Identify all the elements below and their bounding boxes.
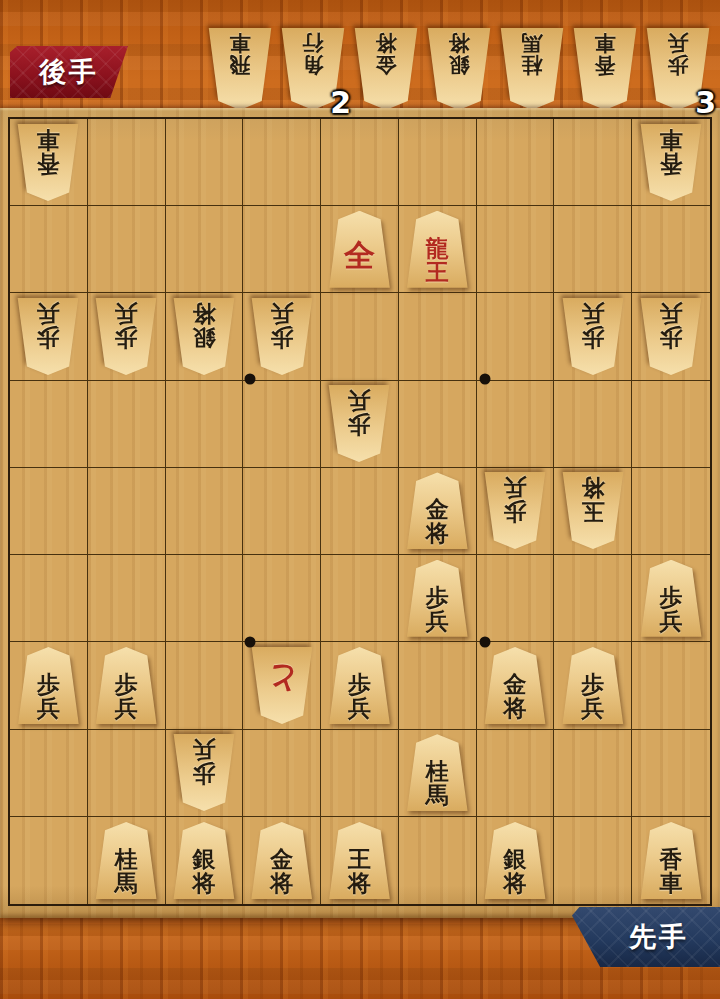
piece-face: 桂馬 xyxy=(404,734,470,811)
shogi-piece-gote[interactable]: と xyxy=(249,647,315,724)
shogi-piece-gote[interactable]: 歩兵 xyxy=(560,298,626,375)
shogi-piece-sente[interactable]: 歩兵 xyxy=(93,647,159,724)
board-cell[interactable] xyxy=(166,468,244,555)
board-cell[interactable] xyxy=(554,817,632,904)
board-cell[interactable] xyxy=(166,206,244,293)
piece-face: 龍王 xyxy=(404,211,470,288)
board-cell[interactable]: と xyxy=(243,642,321,729)
shogi-piece-gote[interactable]: 金将 xyxy=(352,28,420,110)
board-cell[interactable]: 歩兵 xyxy=(10,642,88,729)
board-cell[interactable]: 歩兵 xyxy=(10,293,88,380)
piece-kanji: 歩 xyxy=(581,326,604,350)
board-cell[interactable] xyxy=(10,468,88,555)
board-cell[interactable] xyxy=(321,468,399,555)
board-cell[interactable]: 歩兵 xyxy=(88,293,166,380)
shogi-piece-sente[interactable]: 歩兵 xyxy=(15,647,81,724)
board-cell[interactable] xyxy=(321,555,399,642)
shogi-piece-gote[interactable]: 飛車 xyxy=(206,28,274,110)
board-cell[interactable]: 歩兵 xyxy=(632,555,710,642)
board-cell[interactable] xyxy=(554,119,632,206)
piece-kanji: 兵 xyxy=(660,302,683,326)
piece-kanji: 歩 xyxy=(348,413,371,437)
piece-kanji: 将 xyxy=(270,871,293,895)
gote-captured-pieces-tray: 飛車角行2金将銀将桂馬香車歩兵3 xyxy=(204,28,714,112)
board-cell[interactable] xyxy=(399,119,477,206)
piece-face: 歩兵 xyxy=(326,385,392,462)
board-cell[interactable] xyxy=(243,468,321,555)
board-cell[interactable] xyxy=(10,381,88,468)
board-cell[interactable] xyxy=(477,293,555,380)
shogi-piece-sente[interactable]: 桂馬 xyxy=(93,822,159,899)
hand-piece-slot[interactable]: 香車 xyxy=(569,28,640,112)
shogi-piece-gote[interactable]: 桂馬 xyxy=(498,28,566,110)
board-cell[interactable] xyxy=(10,206,88,293)
piece-kanji: 兵 xyxy=(348,389,371,413)
piece-kanji: 歩 xyxy=(115,672,138,696)
shogi-piece-sente[interactable]: 歩兵 xyxy=(404,560,470,637)
piece-kanji: 角 xyxy=(302,54,323,76)
board-cell[interactable] xyxy=(399,642,477,729)
board-cell[interactable]: 金将 xyxy=(399,468,477,555)
board-cell[interactable] xyxy=(166,381,244,468)
piece-kanji: 将 xyxy=(426,521,449,545)
shogi-piece-gote[interactable]: 玉将 xyxy=(560,472,626,549)
hand-piece-count: 3 xyxy=(695,88,716,118)
shogi-piece-sente[interactable]: 金将 xyxy=(249,822,315,899)
board-cell[interactable]: 金将 xyxy=(477,642,555,729)
hand-piece-slot[interactable]: 桂馬 xyxy=(496,28,567,112)
board-cell[interactable] xyxy=(632,730,710,817)
piece-kanji: 玉 xyxy=(581,500,604,524)
shogi-piece-gote[interactable]: 歩兵 xyxy=(638,298,704,375)
board-cell[interactable] xyxy=(10,555,88,642)
piece-face: 全 xyxy=(326,211,392,288)
board-cell[interactable]: 歩兵 xyxy=(321,381,399,468)
gote-player-label: 後手 xyxy=(39,54,99,90)
piece-face: 歩兵 xyxy=(93,298,159,375)
board-cell[interactable] xyxy=(243,555,321,642)
board-cell[interactable]: 歩兵 xyxy=(554,293,632,380)
board-cell[interactable]: 歩兵 xyxy=(632,293,710,380)
shogi-piece-sente[interactable]: 歩兵 xyxy=(326,647,392,724)
board-cell[interactable] xyxy=(243,119,321,206)
piece-face: 歩兵 xyxy=(326,647,392,724)
board-cell[interactable] xyxy=(554,206,632,293)
piece-kanji: 飛 xyxy=(229,54,250,76)
shogi-piece-sente[interactable]: 全 xyxy=(326,211,392,288)
board-cell[interactable] xyxy=(477,381,555,468)
board-cell[interactable] xyxy=(399,817,477,904)
hand-piece-slot[interactable]: 銀将 xyxy=(423,28,494,112)
shogi-piece-gote[interactable]: 歩兵 xyxy=(326,385,392,462)
piece-face: 歩兵 xyxy=(638,298,704,375)
piece-kanji: 兵 xyxy=(426,609,449,633)
piece-kanji: 兵 xyxy=(37,696,60,720)
board-cell[interactable]: 銀将 xyxy=(166,293,244,380)
shogi-piece-gote[interactable]: 銀将 xyxy=(171,298,237,375)
board-cell[interactable] xyxy=(632,642,710,729)
piece-kanji: 将 xyxy=(192,302,215,326)
piece-face: 玉将 xyxy=(560,472,626,549)
sente-player-label: 先手 xyxy=(629,919,689,955)
board-cell[interactable]: 全 xyxy=(321,206,399,293)
piece-kanji: 香 xyxy=(37,152,60,176)
board-cell[interactable]: 歩兵 xyxy=(554,642,632,729)
piece-face: 香車 xyxy=(638,124,704,201)
hand-piece-slot[interactable]: 金将 xyxy=(350,28,421,112)
piece-face: 金将 xyxy=(482,647,548,724)
shogi-piece-sente[interactable]: 龍王 xyxy=(404,211,470,288)
piece-kanji: 金 xyxy=(426,497,449,521)
piece-kanji: 兵 xyxy=(660,609,683,633)
piece-kanji: 兵 xyxy=(37,302,60,326)
piece-kanji: 車 xyxy=(229,32,250,54)
board-cell[interactable] xyxy=(477,119,555,206)
sente-player-badge: 先手 xyxy=(572,907,720,967)
board-cell[interactable] xyxy=(632,468,710,555)
board-cell[interactable]: 桂馬 xyxy=(399,730,477,817)
piece-face: 銀将 xyxy=(482,822,548,899)
board-cell[interactable]: 金将 xyxy=(243,817,321,904)
board-cell[interactable] xyxy=(88,555,166,642)
shogi-board-grid: 香車香車全龍王歩兵歩兵銀将歩兵歩兵歩兵歩兵金将歩兵玉将歩兵歩兵歩兵歩兵と歩兵金将… xyxy=(8,117,712,906)
piece-face: 香車 xyxy=(15,124,81,201)
board-cell[interactable] xyxy=(321,730,399,817)
board-cell[interactable]: 歩兵 xyxy=(477,468,555,555)
piece-kanji: 金 xyxy=(270,847,293,871)
piece-kanji: 香 xyxy=(594,54,615,76)
piece-kanji: 銀 xyxy=(448,54,469,76)
piece-kanji: 銀 xyxy=(504,847,527,871)
piece-face: 歩兵 xyxy=(404,560,470,637)
piece-face: 歩兵 xyxy=(560,647,626,724)
board-cell[interactable] xyxy=(243,381,321,468)
board-cell[interactable]: 王将 xyxy=(321,817,399,904)
board-cell[interactable]: 銀将 xyxy=(166,817,244,904)
board-cell[interactable] xyxy=(10,817,88,904)
piece-kanji: 歩 xyxy=(37,672,60,696)
piece-kanji: 金 xyxy=(375,54,396,76)
shogi-piece-sente[interactable]: 王将 xyxy=(326,822,392,899)
piece-kanji: 兵 xyxy=(667,32,688,54)
piece-kanji: 馬 xyxy=(115,871,138,895)
star-point-top-right xyxy=(480,374,491,385)
piece-kanji: 桂 xyxy=(521,54,542,76)
piece-face: 王将 xyxy=(326,822,392,899)
piece-kanji: 将 xyxy=(192,871,215,895)
piece-kanji: 歩 xyxy=(37,326,60,350)
board-cell[interactable]: 香車 xyxy=(632,817,710,904)
piece-kanji: 歩 xyxy=(348,672,371,696)
piece-face: 香車 xyxy=(638,822,704,899)
piece-kanji: 歩 xyxy=(115,326,138,350)
shogi-piece-sente[interactable]: 金将 xyxy=(404,472,470,549)
board-cell[interactable] xyxy=(88,119,166,206)
board-cell[interactable] xyxy=(399,293,477,380)
piece-kanji: 将 xyxy=(348,871,371,895)
board-cell[interactable]: 歩兵 xyxy=(321,642,399,729)
piece-kanji: 兵 xyxy=(581,696,604,720)
board-cell[interactable] xyxy=(321,119,399,206)
board-cell[interactable] xyxy=(166,555,244,642)
piece-face: 桂馬 xyxy=(93,822,159,899)
piece-kanji: 桂 xyxy=(426,759,449,783)
piece-kanji: 香 xyxy=(660,847,683,871)
board-cell[interactable] xyxy=(399,381,477,468)
hand-piece-slot[interactable]: 角行2 xyxy=(277,28,348,112)
board-cell[interactable] xyxy=(477,555,555,642)
shogi-piece-sente[interactable]: 桂馬 xyxy=(404,734,470,811)
shogi-piece-gote[interactable]: 歩兵 xyxy=(171,734,237,811)
board-cell[interactable]: 香車 xyxy=(632,119,710,206)
shogi-piece-sente[interactable]: 銀将 xyxy=(171,822,237,899)
board-cell[interactable] xyxy=(88,468,166,555)
piece-kanji: 車 xyxy=(594,32,615,54)
piece-kanji: 車 xyxy=(660,128,683,152)
hand-piece-slot[interactable]: 飛車 xyxy=(204,28,275,112)
piece-face: 歩兵 xyxy=(482,472,548,549)
piece-face: 桂馬 xyxy=(498,28,566,110)
shogi-piece-sente[interactable]: 香車 xyxy=(638,822,704,899)
shogi-piece-gote[interactable]: 香車 xyxy=(15,124,81,201)
shogi-piece-sente[interactable]: 金将 xyxy=(482,647,548,724)
board-cell[interactable]: 銀将 xyxy=(477,817,555,904)
piece-kanji: 全 xyxy=(344,234,375,276)
shogi-piece-sente[interactable]: 歩兵 xyxy=(560,647,626,724)
piece-face: 金将 xyxy=(352,28,420,110)
shogi-piece-gote[interactable]: 香車 xyxy=(571,28,639,110)
hand-piece-slot[interactable]: 歩兵3 xyxy=(642,28,713,112)
piece-face: 銀将 xyxy=(171,298,237,375)
piece-face: 歩兵 xyxy=(93,647,159,724)
star-point-bottom-right xyxy=(480,637,491,648)
shogi-piece-gote[interactable]: 香車 xyxy=(638,124,704,201)
piece-kanji: 歩 xyxy=(192,762,215,786)
piece-face: 飛車 xyxy=(206,28,274,110)
piece-kanji: 兵 xyxy=(581,302,604,326)
shogi-board-frame: 香車香車全龍王歩兵歩兵銀将歩兵歩兵歩兵歩兵金将歩兵玉将歩兵歩兵歩兵歩兵と歩兵金将… xyxy=(0,108,720,918)
piece-face: 歩兵 xyxy=(638,560,704,637)
board-cell[interactable] xyxy=(632,206,710,293)
board-cell[interactable]: 歩兵 xyxy=(243,293,321,380)
board-cell[interactable] xyxy=(166,119,244,206)
piece-kanji: 歩 xyxy=(270,326,293,350)
piece-kanji: 馬 xyxy=(521,32,542,54)
piece-kanji: 将 xyxy=(448,32,469,54)
board-cell[interactable] xyxy=(477,206,555,293)
piece-kanji: 歩 xyxy=(660,326,683,350)
hand-piece-count: 2 xyxy=(330,88,351,118)
board-cell[interactable] xyxy=(554,555,632,642)
board-cell[interactable] xyxy=(88,381,166,468)
piece-face: 歩兵 xyxy=(249,298,315,375)
piece-kanji: 龍 xyxy=(426,236,449,260)
piece-face: 歩兵 xyxy=(560,298,626,375)
board-cell[interactable] xyxy=(554,381,632,468)
piece-face: 歩兵 xyxy=(171,734,237,811)
piece-kanji: 兵 xyxy=(270,302,293,326)
piece-face: 歩兵 xyxy=(15,647,81,724)
piece-kanji: 将 xyxy=(375,32,396,54)
shogi-piece-gote[interactable]: 歩兵 xyxy=(15,298,81,375)
shogi-app-screen: 後手 飛車角行2金将銀将桂馬香車歩兵3 香車香車全龍王歩兵歩兵銀将歩兵歩兵歩兵歩… xyxy=(0,0,720,999)
piece-kanji: 将 xyxy=(504,871,527,895)
shogi-piece-gote[interactable]: 歩兵 xyxy=(482,472,548,549)
piece-face: と xyxy=(249,647,315,724)
board-cell[interactable] xyxy=(243,206,321,293)
board-cell[interactable] xyxy=(554,730,632,817)
piece-kanji: 桂 xyxy=(115,847,138,871)
piece-kanji: 兵 xyxy=(504,476,527,500)
piece-kanji: 香 xyxy=(660,152,683,176)
piece-kanji: 将 xyxy=(504,696,527,720)
piece-kanji: 歩 xyxy=(504,500,527,524)
board-cell[interactable]: 香車 xyxy=(10,119,88,206)
gote-player-badge: 後手 xyxy=(10,46,128,98)
piece-kanji: 王 xyxy=(348,847,371,871)
board-cell[interactable]: 歩兵 xyxy=(88,642,166,729)
piece-kanji: と xyxy=(266,659,298,701)
board-cell[interactable]: 桂馬 xyxy=(88,817,166,904)
shogi-piece-sente[interactable]: 歩兵 xyxy=(638,560,704,637)
shogi-piece-gote[interactable]: 銀将 xyxy=(425,28,493,110)
piece-kanji: 兵 xyxy=(115,696,138,720)
piece-face: 金将 xyxy=(404,472,470,549)
board-cell[interactable] xyxy=(166,642,244,729)
board-cell[interactable] xyxy=(243,730,321,817)
piece-kanji: 行 xyxy=(302,32,323,54)
piece-kanji: 歩 xyxy=(667,54,688,76)
board-cell[interactable] xyxy=(88,206,166,293)
piece-kanji: 兵 xyxy=(115,302,138,326)
board-cell[interactable]: 歩兵 xyxy=(399,555,477,642)
star-point-top-left xyxy=(245,374,256,385)
piece-kanji: 将 xyxy=(581,476,604,500)
piece-kanji: 歩 xyxy=(660,585,683,609)
board-cell[interactable]: 玉将 xyxy=(554,468,632,555)
piece-face: 歩兵 xyxy=(15,298,81,375)
board-cell[interactable] xyxy=(88,730,166,817)
board-cell[interactable] xyxy=(10,730,88,817)
board-cell[interactable] xyxy=(477,730,555,817)
piece-kanji: 兵 xyxy=(348,696,371,720)
star-point-bottom-left xyxy=(245,637,256,648)
shogi-piece-gote[interactable]: 歩兵 xyxy=(93,298,159,375)
piece-kanji: 銀 xyxy=(192,326,215,350)
piece-kanji: 馬 xyxy=(426,783,449,807)
board-cell[interactable]: 歩兵 xyxy=(166,730,244,817)
shogi-piece-sente[interactable]: 銀将 xyxy=(482,822,548,899)
piece-face: 香車 xyxy=(571,28,639,110)
piece-face: 銀将 xyxy=(171,822,237,899)
piece-kanji: 銀 xyxy=(192,847,215,871)
piece-kanji: 王 xyxy=(426,260,449,284)
piece-face: 金将 xyxy=(249,822,315,899)
piece-kanji: 車 xyxy=(660,871,683,895)
board-cell[interactable]: 龍王 xyxy=(399,206,477,293)
piece-face: 銀将 xyxy=(425,28,493,110)
board-cell[interactable] xyxy=(321,293,399,380)
piece-kanji: 車 xyxy=(37,128,60,152)
piece-kanji: 歩 xyxy=(426,585,449,609)
board-cell[interactable] xyxy=(632,381,710,468)
shogi-piece-gote[interactable]: 歩兵 xyxy=(249,298,315,375)
piece-kanji: 兵 xyxy=(192,738,215,762)
piece-kanji: 歩 xyxy=(581,672,604,696)
piece-kanji: 金 xyxy=(504,672,527,696)
